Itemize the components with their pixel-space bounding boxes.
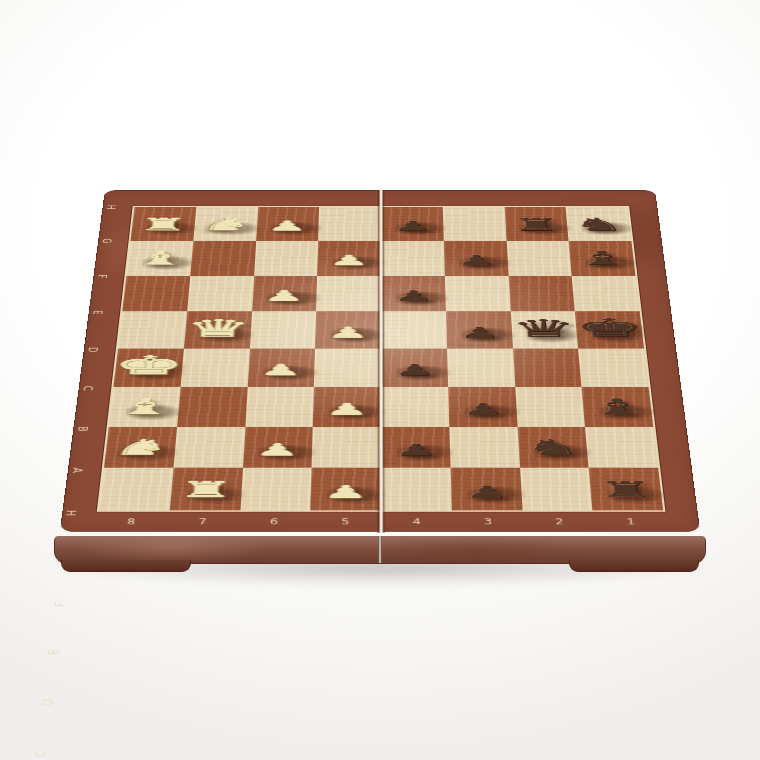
square-h1[interactable]: ♞ <box>566 207 632 241</box>
white-knight-b8[interactable]: ♞ <box>111 437 169 457</box>
square-b6[interactable]: ♟ <box>243 427 313 468</box>
white-pawn-f6[interactable]: ♟ <box>264 289 305 303</box>
square-d8[interactable]: ♚ <box>113 349 183 387</box>
coordinate-label: E <box>42 628 66 677</box>
square-e6[interactable] <box>249 311 316 348</box>
square-a7[interactable]: ♜ <box>170 468 243 511</box>
pawn-icon: ♟ <box>393 289 433 303</box>
square-c1[interactable]: ♝ <box>582 387 654 427</box>
coordinate-label: C <box>77 369 98 408</box>
rook-icon: ♜ <box>138 216 189 232</box>
square-a1[interactable]: ♜ <box>589 468 663 511</box>
square-g8[interactable]: ♝ <box>126 241 193 276</box>
square-f6[interactable]: ♟ <box>252 276 318 312</box>
square-h4[interactable]: ♟ <box>381 207 444 241</box>
chess-board: ♜♞♟♟♜♞♝♟♟♝♟♟♛♟♟♛♚♚♟♟♝♟♟♝♞♟♟♞♜♟♟♜ HGFEDCB… <box>60 190 701 532</box>
square-g2[interactable] <box>506 241 572 276</box>
king-icon: ♚ <box>112 353 185 378</box>
coordinate-label: H <box>60 491 83 535</box>
square-f1[interactable] <box>572 276 640 312</box>
fold-seam <box>377 190 386 533</box>
white-pawn-c5[interactable]: ♟ <box>326 402 369 417</box>
square-h6[interactable]: ♟ <box>256 207 320 241</box>
coordinate-label: C <box>28 728 54 760</box>
coordinate-label: 8 <box>95 516 167 527</box>
coordinate-label: 6 <box>238 516 310 527</box>
square-f5[interactable] <box>316 276 381 312</box>
square-g7[interactable] <box>190 241 256 276</box>
coordinate-label: 5 <box>310 516 382 527</box>
white-pawn-g5[interactable]: ♟ <box>329 254 369 267</box>
square-d7[interactable] <box>180 349 249 387</box>
square-f3[interactable] <box>445 276 511 312</box>
square-e5[interactable]: ♟ <box>315 311 381 348</box>
coordinate-label: H <box>101 191 120 224</box>
black-pawn-d4[interactable]: ♟ <box>393 363 435 378</box>
square-e3[interactable]: ♟ <box>446 311 513 348</box>
king-icon: ♚ <box>573 316 645 340</box>
square-c3[interactable]: ♟ <box>448 387 517 427</box>
square-a2[interactable] <box>520 468 593 511</box>
coordinate-label: F <box>92 259 112 295</box>
square-g1[interactable]: ♝ <box>569 241 636 276</box>
black-pawn-e3[interactable]: ♟ <box>458 325 500 339</box>
square-g4[interactable] <box>381 241 445 276</box>
square-d2[interactable] <box>513 349 582 387</box>
square-b5[interactable] <box>312 427 381 468</box>
pawn-icon: ♟ <box>260 363 302 378</box>
square-c6[interactable] <box>245 387 314 427</box>
white-bishop-c8[interactable]: ♝ <box>115 397 174 417</box>
square-e2[interactable]: ♛ <box>510 311 578 348</box>
coordinate-label: 2 <box>524 516 596 527</box>
black-pawn-a3[interactable]: ♟ <box>464 484 509 500</box>
bishop-icon: ♝ <box>588 397 647 417</box>
rook-icon: ♜ <box>597 480 654 500</box>
board-front-edge <box>54 536 706 564</box>
square-c8[interactable]: ♝ <box>109 387 181 427</box>
white-pawn-b6[interactable]: ♟ <box>256 442 300 458</box>
square-a4[interactable] <box>381 468 452 511</box>
coordinate-label: 1 <box>595 516 667 527</box>
square-e1[interactable]: ♚ <box>575 311 644 348</box>
pawn-icon: ♟ <box>324 484 368 500</box>
square-f8[interactable] <box>122 276 190 312</box>
square-b3[interactable] <box>449 427 519 468</box>
black-pawn-c3[interactable]: ♟ <box>461 402 504 417</box>
pawn-icon: ♟ <box>393 363 435 378</box>
square-h8[interactable]: ♜ <box>131 207 197 241</box>
square-b2[interactable]: ♞ <box>517 427 589 468</box>
white-king-d8[interactable]: ♚ <box>112 353 185 378</box>
square-b8[interactable]: ♞ <box>104 427 177 468</box>
square-g3[interactable]: ♟ <box>444 241 509 276</box>
coordinate-label: D <box>35 677 60 728</box>
coordinate-label: F <box>48 581 72 628</box>
queen-icon: ♛ <box>184 317 251 340</box>
bishop-icon: ♝ <box>132 249 187 267</box>
pawn-icon: ♟ <box>461 402 504 417</box>
black-queen-e2[interactable]: ♛ <box>510 317 577 340</box>
square-d1[interactable] <box>578 349 648 387</box>
black-pawn-h4[interactable]: ♟ <box>392 220 431 233</box>
square-f2[interactable] <box>508 276 575 312</box>
knight-icon: ♞ <box>111 437 169 457</box>
square-e8[interactable] <box>118 311 187 348</box>
board-foot-right <box>569 560 699 572</box>
square-h5[interactable] <box>318 207 381 241</box>
knight-icon: ♞ <box>200 216 252 233</box>
square-h2[interactable]: ♜ <box>504 207 569 241</box>
pawn-icon: ♟ <box>329 254 369 267</box>
board-tilt: ♜♞♟♟♜♞♝♟♟♝♟♟♛♟♟♛♚♚♟♟♝♟♟♝♞♟♟♞♜♟♟♜ HGFEDCB… <box>60 190 701 532</box>
square-c5[interactable]: ♟ <box>313 387 381 427</box>
square-g5[interactable]: ♟ <box>317 241 381 276</box>
square-e7[interactable]: ♛ <box>184 311 252 348</box>
square-h7[interactable]: ♞ <box>193 207 258 241</box>
white-queen-e7[interactable]: ♛ <box>184 317 251 340</box>
white-pawn-d6[interactable]: ♟ <box>260 363 302 378</box>
square-h3[interactable] <box>443 207 507 241</box>
white-pawn-a5[interactable]: ♟ <box>324 484 368 500</box>
square-d4[interactable]: ♟ <box>381 349 448 387</box>
pawn-icon: ♟ <box>264 289 305 303</box>
knight-icon: ♞ <box>572 216 625 233</box>
pawn-icon: ♟ <box>392 220 431 233</box>
white-knight-h7[interactable]: ♞ <box>200 216 252 233</box>
white-pawn-h6[interactable]: ♟ <box>268 220 308 233</box>
black-king-e1[interactable]: ♚ <box>573 316 645 340</box>
bishop-icon: ♝ <box>115 397 174 417</box>
board-foot-left <box>61 560 191 572</box>
white-rook-a7[interactable]: ♜ <box>178 480 235 500</box>
pawn-icon: ♟ <box>268 220 308 233</box>
front-edge-fold-seam <box>378 536 382 563</box>
coordinate-label: A <box>66 449 88 491</box>
queen-icon: ♛ <box>510 317 577 340</box>
square-e4[interactable] <box>381 311 447 348</box>
white-bishop-g8[interactable]: ♝ <box>132 249 187 267</box>
pawn-icon: ♟ <box>456 254 496 267</box>
pawn-icon: ♟ <box>326 402 369 417</box>
square-f7[interactable] <box>187 276 254 312</box>
square-d3[interactable] <box>447 349 515 387</box>
coordinate-label: G <box>97 224 117 258</box>
square-g6[interactable] <box>254 241 319 276</box>
pawn-icon: ♟ <box>458 325 500 339</box>
rook-icon: ♜ <box>511 216 561 232</box>
coordinate-label: B <box>72 408 94 449</box>
white-rook-h8[interactable]: ♜ <box>138 216 189 232</box>
black-knight-b2[interactable]: ♞ <box>524 437 582 457</box>
pawn-icon: ♟ <box>256 442 300 458</box>
pawn-icon: ♟ <box>394 442 437 458</box>
square-b7[interactable] <box>173 427 245 468</box>
square-c7[interactable] <box>177 387 247 427</box>
black-rook-a1[interactable]: ♜ <box>597 480 654 500</box>
square-c4[interactable] <box>381 387 449 427</box>
square-b1[interactable] <box>585 427 658 468</box>
black-rook-h2[interactable]: ♜ <box>511 216 561 232</box>
square-a3[interactable]: ♟ <box>450 468 522 511</box>
coordinate-label: 4 <box>381 516 453 527</box>
bishop-icon: ♝ <box>574 249 629 267</box>
coordinate-label: E <box>87 294 107 331</box>
white-pawn-e5[interactable]: ♟ <box>328 325 369 339</box>
black-bishop-c1[interactable]: ♝ <box>588 397 647 417</box>
square-b4[interactable]: ♟ <box>381 427 450 468</box>
black-pawn-b4[interactable]: ♟ <box>394 442 437 458</box>
pawn-icon: ♟ <box>328 325 369 339</box>
square-d5[interactable] <box>314 349 381 387</box>
black-pawn-f4[interactable]: ♟ <box>393 289 433 303</box>
knight-icon: ♞ <box>524 437 582 457</box>
pawn-icon: ♟ <box>464 484 509 500</box>
coordinate-label: 3 <box>452 516 524 527</box>
file-labels-right: HGFEDCBA <box>13 491 83 760</box>
coordinate-label: 7 <box>166 516 238 527</box>
square-a5[interactable]: ♟ <box>311 468 382 511</box>
square-d6[interactable]: ♟ <box>247 349 315 387</box>
black-knight-h1[interactable]: ♞ <box>572 216 625 233</box>
coordinate-label: D <box>82 331 103 369</box>
black-bishop-g1[interactable]: ♝ <box>574 249 629 267</box>
square-c2[interactable] <box>515 387 585 427</box>
square-f4[interactable]: ♟ <box>381 276 446 312</box>
black-pawn-g3[interactable]: ♟ <box>456 254 496 267</box>
rook-icon: ♜ <box>178 480 235 500</box>
square-a6[interactable] <box>240 468 312 511</box>
square-a8[interactable] <box>99 468 173 511</box>
